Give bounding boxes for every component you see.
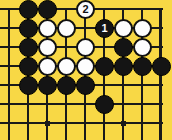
point-3-6[interactable] [38, 95, 57, 114]
point-7-3[interactable] [114, 38, 133, 57]
point-1-5[interactable] [0, 76, 19, 95]
point-1-2[interactable] [0, 19, 19, 38]
point-7-7[interactable] [114, 114, 133, 133]
point-7-1[interactable] [114, 0, 133, 19]
point-2-3[interactable] [19, 38, 38, 57]
point-6-2[interactable]: 1 [95, 19, 114, 38]
white-stone-move-2: 2 [76, 0, 95, 19]
white-stone [133, 19, 152, 38]
point-8-5[interactable] [133, 76, 152, 95]
point-3-7[interactable] [38, 114, 57, 133]
point-5-6[interactable] [76, 95, 95, 114]
point-1-8[interactable] [0, 133, 19, 140]
point-3-4[interactable] [38, 57, 57, 76]
point-9-7[interactable] [152, 114, 171, 133]
black-stone [38, 0, 57, 19]
point-9-5[interactable] [152, 76, 171, 95]
point-1-1[interactable] [0, 0, 19, 19]
point-6-4[interactable] [95, 57, 114, 76]
white-stone [76, 38, 95, 57]
point-2-1[interactable] [19, 0, 38, 19]
point-5-2[interactable] [76, 19, 95, 38]
star-point [121, 121, 126, 126]
black-stone [133, 57, 152, 76]
black-stone [19, 76, 38, 95]
point-6-5[interactable] [95, 76, 114, 95]
point-1-6[interactable] [0, 95, 19, 114]
point-4-8[interactable] [57, 133, 76, 140]
point-5-7[interactable] [76, 114, 95, 133]
point-6-3[interactable] [95, 38, 114, 57]
point-3-5[interactable] [38, 76, 57, 95]
point-2-7[interactable] [19, 114, 38, 133]
point-9-3[interactable] [152, 38, 171, 57]
white-stone [57, 57, 76, 76]
white-stone [133, 38, 152, 57]
white-stone [38, 57, 57, 76]
point-8-6[interactable] [133, 95, 152, 114]
point-2-8[interactable] [19, 133, 38, 140]
point-6-7[interactable] [95, 114, 114, 133]
white-stone [57, 19, 76, 38]
point-3-1[interactable] [38, 0, 57, 19]
point-4-7[interactable] [57, 114, 76, 133]
point-9-2[interactable] [152, 19, 171, 38]
black-stone [19, 19, 38, 38]
point-9-8[interactable] [152, 133, 171, 140]
black-stone [38, 76, 57, 95]
point-2-2[interactable] [19, 19, 38, 38]
point-4-2[interactable] [57, 19, 76, 38]
black-stone [19, 0, 38, 19]
point-3-2[interactable] [38, 19, 57, 38]
point-7-4[interactable] [114, 57, 133, 76]
point-4-6[interactable] [57, 95, 76, 114]
goban-grid: 21 [0, 0, 171, 140]
point-5-1[interactable]: 2 [76, 0, 95, 19]
point-7-6[interactable] [114, 95, 133, 114]
black-stone [152, 57, 171, 76]
point-1-7[interactable] [0, 114, 19, 133]
point-4-1[interactable] [57, 0, 76, 19]
black-stone-move-1: 1 [95, 19, 114, 38]
black-stone [95, 95, 114, 114]
white-stone [114, 19, 133, 38]
point-9-6[interactable] [152, 95, 171, 114]
point-5-8[interactable] [76, 133, 95, 140]
point-5-3[interactable] [76, 38, 95, 57]
white-stone [76, 57, 95, 76]
go-board: 21 [0, 0, 172, 140]
white-stone [38, 19, 57, 38]
point-4-4[interactable] [57, 57, 76, 76]
point-3-8[interactable] [38, 133, 57, 140]
white-stone [38, 38, 57, 57]
point-8-8[interactable] [133, 133, 152, 140]
point-8-3[interactable] [133, 38, 152, 57]
point-2-4[interactable] [19, 57, 38, 76]
point-2-5[interactable] [19, 76, 38, 95]
point-6-8[interactable] [95, 133, 114, 140]
black-stone [114, 38, 133, 57]
point-9-4[interactable] [152, 57, 171, 76]
point-5-5[interactable] [76, 76, 95, 95]
point-6-1[interactable] [95, 0, 114, 19]
point-8-4[interactable] [133, 57, 152, 76]
point-8-7[interactable] [133, 114, 152, 133]
black-stone [19, 38, 38, 57]
point-1-3[interactable] [0, 38, 19, 57]
point-1-4[interactable] [0, 57, 19, 76]
black-stone [76, 76, 95, 95]
black-stone [19, 57, 38, 76]
point-7-5[interactable] [114, 76, 133, 95]
point-4-3[interactable] [57, 38, 76, 57]
point-5-4[interactable] [76, 57, 95, 76]
star-point [45, 121, 50, 126]
black-stone [95, 57, 114, 76]
point-6-6[interactable] [95, 95, 114, 114]
point-4-5[interactable] [57, 76, 76, 95]
black-stone [114, 57, 133, 76]
point-7-2[interactable] [114, 19, 133, 38]
point-8-1[interactable] [133, 0, 152, 19]
black-stone [57, 76, 76, 95]
point-2-6[interactable] [19, 95, 38, 114]
point-9-1[interactable] [152, 0, 171, 19]
point-8-2[interactable] [133, 19, 152, 38]
point-3-3[interactable] [38, 38, 57, 57]
point-7-8[interactable] [114, 133, 133, 140]
